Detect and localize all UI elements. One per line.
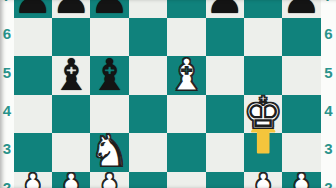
square-h2[interactable]: ♟: [282, 172, 320, 188]
square-f2[interactable]: [206, 172, 244, 188]
rank-label-right-4: 4: [321, 102, 336, 120]
square-h7[interactable]: ♟: [282, 0, 320, 18]
white-pawn-a2[interactable]: ♟: [13, 168, 52, 188]
square-g6[interactable]: [244, 18, 282, 56]
square-d5[interactable]: [129, 56, 167, 94]
black-bishop-c5[interactable]: ♝: [90, 53, 129, 97]
black-pawn-h7[interactable]: ♟: [282, 0, 321, 20]
rank-label-right-2: 2: [321, 179, 336, 188]
black-pawn-f7[interactable]: ♟: [205, 0, 244, 20]
square-e5[interactable]: ♝: [167, 56, 205, 94]
square-f5[interactable]: [206, 56, 244, 94]
square-c2[interactable]: ♟: [90, 172, 128, 188]
square-d3[interactable]: [129, 133, 167, 171]
white-pawn-c2[interactable]: ♟: [90, 168, 129, 188]
square-b7[interactable]: ♟: [52, 0, 90, 18]
black-pawn-b7[interactable]: ♟: [51, 0, 90, 20]
white-king-g4[interactable]: ♚: [243, 91, 282, 135]
rank-label-left-7: 7: [0, 0, 14, 5]
square-e4[interactable]: [167, 95, 205, 133]
rank-label-left-6: 6: [0, 25, 14, 43]
black-pawn-a7[interactable]: ♟: [13, 0, 52, 20]
square-c7[interactable]: ♟: [90, 0, 128, 18]
square-h4[interactable]: [282, 95, 320, 133]
square-g2[interactable]: ♟: [244, 172, 282, 188]
square-g7[interactable]: [244, 0, 282, 18]
square-e3[interactable]: [167, 133, 205, 171]
square-a6[interactable]: [14, 18, 52, 56]
square-a5[interactable]: [14, 56, 52, 94]
rank-label-right-5: 5: [321, 64, 336, 82]
white-pawn-b2[interactable]: ♟: [51, 168, 90, 188]
square-f3[interactable]: [206, 133, 244, 171]
square-a4[interactable]: [14, 95, 52, 133]
square-d2[interactable]: [129, 172, 167, 188]
black-pawn-c7[interactable]: ♟: [90, 0, 129, 20]
square-d6[interactable]: [129, 18, 167, 56]
rank-label-right-7: 7: [321, 0, 336, 5]
square-c5[interactable]: ♝: [90, 56, 128, 94]
square-e7[interactable]: [167, 0, 205, 18]
square-a2[interactable]: ♟: [14, 172, 52, 188]
rank-label-left-5: 5: [0, 64, 14, 82]
chess-board: ♟♟♟♟♟♝♝♝♚♞♟♟♟♟♟: [14, 0, 321, 188]
rank-label-left-4: 4: [0, 102, 14, 120]
white-pawn-h2[interactable]: ♟: [282, 168, 321, 188]
rank-label-left-3: 3: [0, 140, 14, 158]
square-d4[interactable]: [129, 95, 167, 133]
rank-label-left-2: 2: [0, 179, 14, 188]
rank-label-right-3: 3: [321, 140, 336, 158]
square-e2[interactable]: [167, 172, 205, 188]
chess-board-viewport: ♟♟♟♟♟♝♝♝♚♞♟♟♟♟♟ 776655443322: [0, 0, 336, 188]
white-bishop-e5[interactable]: ♝: [167, 53, 206, 97]
square-f6[interactable]: [206, 18, 244, 56]
black-bishop-b5[interactable]: ♝: [51, 53, 90, 97]
square-b2[interactable]: ♟: [52, 172, 90, 188]
white-pawn-g2[interactable]: ♟: [243, 168, 282, 188]
square-f7[interactable]: ♟: [206, 0, 244, 18]
square-b4[interactable]: [52, 95, 90, 133]
square-h5[interactable]: [282, 56, 320, 94]
square-a7[interactable]: ♟: [14, 0, 52, 18]
square-b5[interactable]: ♝: [52, 56, 90, 94]
square-g4[interactable]: ♚: [244, 95, 282, 133]
square-f4[interactable]: [206, 95, 244, 133]
square-h6[interactable]: [282, 18, 320, 56]
square-d7[interactable]: [129, 0, 167, 18]
rank-label-right-6: 6: [321, 25, 336, 43]
